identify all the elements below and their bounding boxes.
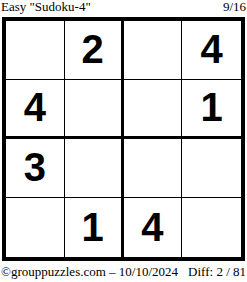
cell-r1c3-empty[interactable] xyxy=(124,21,183,80)
cell-r3c4-empty[interactable] xyxy=(182,139,241,198)
cell-r4c1-empty[interactable] xyxy=(6,198,65,257)
cell-r3c2-empty[interactable] xyxy=(65,139,124,198)
cell-r4c2-given: 1 xyxy=(65,198,124,257)
cell-r2c2-empty[interactable] xyxy=(65,80,124,139)
cell-r1c4-given: 4 xyxy=(182,21,241,80)
cell-r1c1-empty[interactable] xyxy=(6,21,65,80)
copyright-date: ©grouppuzzles.com – 10/10/2024 xyxy=(1,264,178,279)
cell-r3c3-empty[interactable] xyxy=(124,139,183,198)
puzzle-number: 9/16 xyxy=(223,0,246,14)
cell-r2c4-given: 1 xyxy=(182,80,241,139)
footer: ©grouppuzzles.com – 10/10/2024 Diff: 2 /… xyxy=(1,264,246,279)
cell-r4c4-empty[interactable] xyxy=(182,198,241,257)
cell-r4c3-given: 4 xyxy=(124,198,183,257)
cell-r3c1-given: 3 xyxy=(6,139,65,198)
sudoku-board: 2441314 xyxy=(2,17,245,261)
sudoku-page: Easy "Sudoku-4" 9/16 2441314 ©grouppuzzl… xyxy=(0,0,247,282)
cell-r2c1-given: 4 xyxy=(6,80,65,139)
puzzle-title: Easy "Sudoku-4" xyxy=(1,0,91,14)
cell-r1c2-given: 2 xyxy=(65,21,124,80)
difficulty-label: Diff: 2 / 81 xyxy=(188,264,246,279)
cell-r2c3-empty[interactable] xyxy=(124,80,183,139)
header: Easy "Sudoku-4" 9/16 xyxy=(1,0,246,16)
